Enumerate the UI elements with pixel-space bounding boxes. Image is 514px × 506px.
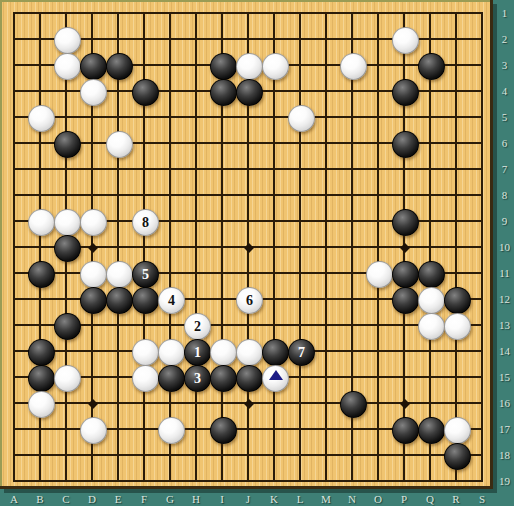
stone-black[interactable] <box>210 79 237 106</box>
row-label: 17 <box>495 422 514 436</box>
move-number-label: 4 <box>159 288 184 313</box>
stone-white[interactable]: 2 <box>184 313 211 340</box>
row-label: 4 <box>495 84 514 98</box>
board-edge-top <box>0 0 490 2</box>
stone-black[interactable] <box>28 261 55 288</box>
stone-black[interactable] <box>80 287 107 314</box>
stone-black[interactable] <box>132 79 159 106</box>
stone-black[interactable] <box>392 131 419 158</box>
column-label: F <box>134 493 154 505</box>
stone-white[interactable] <box>262 365 289 392</box>
stone-white[interactable] <box>54 53 81 80</box>
stone-white[interactable] <box>106 261 133 288</box>
move-number-label: 5 <box>133 262 158 287</box>
stone-black[interactable] <box>236 79 263 106</box>
column-label: G <box>160 493 180 505</box>
row-label: 9 <box>495 214 514 228</box>
stone-black[interactable] <box>28 339 55 366</box>
stone-black[interactable] <box>236 365 263 392</box>
stone-black[interactable] <box>210 365 237 392</box>
stone-black[interactable] <box>418 261 445 288</box>
stone-white[interactable] <box>444 417 471 444</box>
stone-black[interactable] <box>392 261 419 288</box>
row-label: 2 <box>495 32 514 46</box>
stone-black[interactable] <box>392 79 419 106</box>
stone-black[interactable] <box>80 53 107 80</box>
stone-white[interactable]: 8 <box>132 209 159 236</box>
row-label: 18 <box>495 448 514 462</box>
stone-white[interactable] <box>366 261 393 288</box>
move-number-label: 3 <box>185 366 210 391</box>
stone-white[interactable] <box>80 417 107 444</box>
stone-black[interactable]: 7 <box>288 339 315 366</box>
stone-black[interactable]: 3 <box>184 365 211 392</box>
column-label: R <box>446 493 466 505</box>
column-label: Q <box>420 493 440 505</box>
stone-black[interactable] <box>54 131 81 158</box>
stone-white[interactable] <box>80 209 107 236</box>
column-label: O <box>368 493 388 505</box>
stone-black[interactable] <box>210 53 237 80</box>
stone-white[interactable] <box>80 79 107 106</box>
column-label: I <box>212 493 232 505</box>
stone-black[interactable]: 1 <box>184 339 211 366</box>
column-label: K <box>264 493 284 505</box>
row-label: 3 <box>495 58 514 72</box>
row-label: 11 <box>495 266 514 280</box>
row-label: 13 <box>495 318 514 332</box>
column-label: L <box>290 493 310 505</box>
go-board[interactable]: 85462173 <box>0 0 493 489</box>
stone-white[interactable] <box>418 287 445 314</box>
stone-black[interactable] <box>132 287 159 314</box>
stone-black[interactable] <box>392 209 419 236</box>
stone-white[interactable] <box>54 365 81 392</box>
column-label: S <box>472 493 492 505</box>
stone-black[interactable] <box>418 53 445 80</box>
row-label: 1 <box>495 6 514 20</box>
stone-black[interactable] <box>444 443 471 470</box>
stone-white[interactable] <box>210 339 237 366</box>
stone-white[interactable] <box>132 365 159 392</box>
stone-black[interactable] <box>418 417 445 444</box>
stone-white[interactable] <box>28 391 55 418</box>
column-label: N <box>342 493 362 505</box>
stone-black[interactable] <box>158 365 185 392</box>
move-number-label: 1 <box>185 340 210 365</box>
stone-white[interactable] <box>106 131 133 158</box>
row-label: 6 <box>495 136 514 150</box>
stone-white[interactable] <box>444 313 471 340</box>
stone-black[interactable] <box>106 53 133 80</box>
stone-black[interactable] <box>444 287 471 314</box>
stone-white[interactable] <box>236 339 263 366</box>
go-game-screenshot: 85462173 ABCDEFGHIJKLMNOPQRS 12345678910… <box>0 0 514 506</box>
stone-black[interactable] <box>28 365 55 392</box>
column-label: B <box>30 493 50 505</box>
move-number-label: 6 <box>237 288 262 313</box>
column-label: H <box>186 493 206 505</box>
stone-white[interactable] <box>392 27 419 54</box>
move-number-label: 7 <box>289 340 314 365</box>
column-label: E <box>108 493 128 505</box>
stone-white[interactable] <box>80 261 107 288</box>
stone-black[interactable] <box>54 313 81 340</box>
column-label: P <box>394 493 414 505</box>
row-label: 10 <box>495 240 514 254</box>
stone-white[interactable] <box>262 53 289 80</box>
stone-white[interactable]: 4 <box>158 287 185 314</box>
stone-white[interactable]: 6 <box>236 287 263 314</box>
column-label: D <box>82 493 102 505</box>
stone-black[interactable] <box>392 287 419 314</box>
stone-black[interactable] <box>54 235 81 262</box>
row-label: 19 <box>495 474 514 488</box>
move-number-label: 8 <box>133 210 158 235</box>
stone-white[interactable] <box>288 105 315 132</box>
stone-white[interactable] <box>28 209 55 236</box>
stone-white[interactable] <box>418 313 445 340</box>
stone-black[interactable]: 5 <box>132 261 159 288</box>
column-label: J <box>238 493 258 505</box>
stone-white[interactable] <box>236 53 263 80</box>
stone-white[interactable] <box>28 105 55 132</box>
column-label: C <box>56 493 76 505</box>
stone-black[interactable] <box>340 391 367 418</box>
stone-black[interactable] <box>106 287 133 314</box>
stone-white[interactable] <box>158 339 185 366</box>
stone-white[interactable] <box>54 27 81 54</box>
row-label: 7 <box>495 162 514 176</box>
row-label: 5 <box>495 110 514 124</box>
stone-white[interactable] <box>54 209 81 236</box>
row-label: 8 <box>495 188 514 202</box>
column-label: A <box>4 493 24 505</box>
triangle-marker-icon <box>269 370 283 380</box>
board-edge-left <box>0 0 2 486</box>
row-label: 12 <box>495 292 514 306</box>
stone-black[interactable] <box>392 417 419 444</box>
move-number-label: 2 <box>185 314 210 339</box>
stone-white[interactable] <box>132 339 159 366</box>
row-label: 16 <box>495 396 514 410</box>
column-label: M <box>316 493 336 505</box>
stone-white[interactable] <box>340 53 367 80</box>
stone-white[interactable] <box>158 417 185 444</box>
row-label: 15 <box>495 370 514 384</box>
stone-black[interactable] <box>210 417 237 444</box>
row-label: 14 <box>495 344 514 358</box>
stone-black[interactable] <box>262 339 289 366</box>
